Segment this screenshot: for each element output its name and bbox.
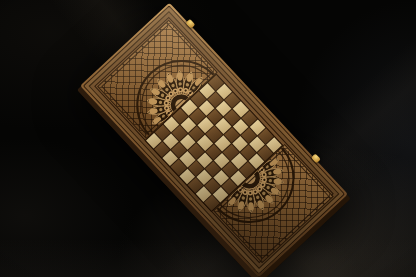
fan-petal <box>257 179 282 197</box>
fan-petal <box>259 176 284 186</box>
fan-petal <box>254 183 276 206</box>
fan-petal <box>250 186 266 211</box>
fan-petal <box>176 70 185 95</box>
fan-petal <box>246 188 255 213</box>
case-lid <box>83 5 345 274</box>
lid-content <box>97 20 331 261</box>
fan-petal <box>258 167 284 180</box>
backgammon-case <box>80 3 348 277</box>
fan-petal <box>155 77 177 100</box>
fan-petal <box>164 72 180 97</box>
fan-petal <box>147 97 172 107</box>
fan-petal <box>149 86 174 104</box>
fan-petal <box>236 186 250 212</box>
scene <box>0 0 416 277</box>
